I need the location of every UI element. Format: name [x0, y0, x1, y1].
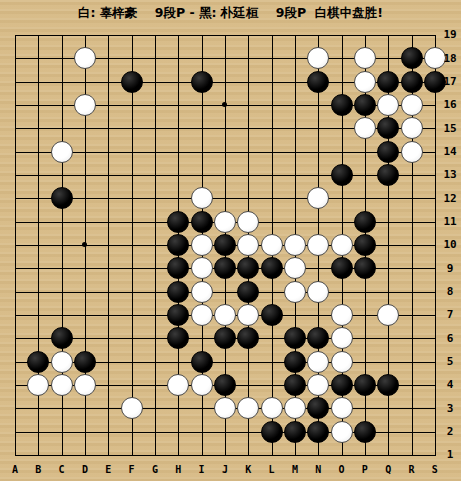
- row-label: 9: [439, 257, 461, 280]
- go-board-app: 白: 辜梓豪 9段P - 黑: 朴廷桓 9段P 白棋中盘胜! ABCDEFGHI…: [0, 0, 461, 481]
- column-label: M: [283, 459, 306, 481]
- black-stone[interactable]: [401, 71, 423, 93]
- black-stone[interactable]: [284, 421, 306, 443]
- black-stone[interactable]: [261, 304, 283, 326]
- black-stone[interactable]: [214, 374, 236, 396]
- row-labels: 19181716151413121110987654321: [439, 23, 461, 466]
- column-label: H: [167, 459, 190, 481]
- white-stone[interactable]: [401, 94, 423, 116]
- white-stone[interactable]: [261, 234, 283, 256]
- black-stone[interactable]: [167, 257, 189, 279]
- row-label: 15: [439, 117, 461, 140]
- black-stone[interactable]: [331, 257, 353, 279]
- row-label: 3: [439, 397, 461, 420]
- white-stone[interactable]: [331, 351, 353, 373]
- white-stone[interactable]: [401, 117, 423, 139]
- black-stone[interactable]: [74, 351, 96, 373]
- black-stone[interactable]: [377, 164, 399, 186]
- row-label: 18: [439, 47, 461, 70]
- black-stone[interactable]: [27, 351, 49, 373]
- row-label: 6: [439, 327, 461, 350]
- white-stone[interactable]: [307, 281, 329, 303]
- white-stone[interactable]: [331, 234, 353, 256]
- black-stone[interactable]: [354, 94, 376, 116]
- white-stone[interactable]: [401, 141, 423, 163]
- column-label: F: [120, 459, 143, 481]
- row-label: 2: [439, 420, 461, 443]
- black-stone[interactable]: [284, 374, 306, 396]
- row-label: 13: [439, 163, 461, 186]
- white-stone[interactable]: [307, 374, 329, 396]
- black-stone[interactable]: [167, 234, 189, 256]
- row-label: 16: [439, 93, 461, 116]
- white-stone[interactable]: [191, 281, 213, 303]
- black-stone[interactable]: [237, 257, 259, 279]
- white-stone[interactable]: [284, 281, 306, 303]
- black-stone[interactable]: [377, 117, 399, 139]
- black-stone[interactable]: [51, 187, 73, 209]
- column-label: E: [97, 459, 120, 481]
- white-stone[interactable]: [261, 397, 283, 419]
- black-stone[interactable]: [354, 257, 376, 279]
- white-stone[interactable]: [377, 304, 399, 326]
- stones-layer[interactable]: [3, 23, 446, 466]
- white-stone[interactable]: [191, 304, 213, 326]
- black-stone[interactable]: [331, 374, 353, 396]
- column-label: O: [330, 459, 353, 481]
- black-stone[interactable]: [354, 421, 376, 443]
- white-stone[interactable]: [354, 47, 376, 69]
- column-label: Q: [377, 459, 400, 481]
- black-stone[interactable]: [214, 234, 236, 256]
- black-stone[interactable]: [354, 211, 376, 233]
- black-stone[interactable]: [307, 421, 329, 443]
- black-stone[interactable]: [401, 47, 423, 69]
- white-stone[interactable]: [237, 397, 259, 419]
- white-stone[interactable]: [237, 211, 259, 233]
- white-stone[interactable]: [354, 71, 376, 93]
- black-stone[interactable]: [354, 234, 376, 256]
- column-label: G: [143, 459, 166, 481]
- black-stone[interactable]: [307, 71, 329, 93]
- row-label: 1: [439, 443, 461, 466]
- white-stone[interactable]: [27, 374, 49, 396]
- white-stone[interactable]: [307, 187, 329, 209]
- white-stone[interactable]: [331, 304, 353, 326]
- black-stone[interactable]: [261, 257, 283, 279]
- white-stone[interactable]: [214, 211, 236, 233]
- black-stone[interactable]: [214, 327, 236, 349]
- white-stone[interactable]: [191, 234, 213, 256]
- white-stone[interactable]: [331, 397, 353, 419]
- white-stone[interactable]: [214, 304, 236, 326]
- black-stone[interactable]: [51, 327, 73, 349]
- column-labels: ABCDEFGHIJKLMNOPQRS: [3, 459, 446, 481]
- white-stone[interactable]: [51, 141, 73, 163]
- white-stone[interactable]: [237, 234, 259, 256]
- row-label: 5: [439, 350, 461, 373]
- column-label: K: [237, 459, 260, 481]
- black-stone[interactable]: [331, 94, 353, 116]
- row-label: 4: [439, 373, 461, 396]
- white-stone[interactable]: [331, 327, 353, 349]
- column-label: D: [73, 459, 96, 481]
- black-stone[interactable]: [167, 211, 189, 233]
- black-stone[interactable]: [167, 327, 189, 349]
- column-label: B: [27, 459, 50, 481]
- white-stone[interactable]: [307, 351, 329, 373]
- white-stone[interactable]: [191, 257, 213, 279]
- row-label: 11: [439, 210, 461, 233]
- white-stone[interactable]: [284, 234, 306, 256]
- white-stone[interactable]: [307, 234, 329, 256]
- game-info-header: 白: 辜梓豪 9段P - 黑: 朴廷桓 9段P 白棋中盘胜!: [0, 5, 461, 22]
- black-stone[interactable]: [191, 351, 213, 373]
- row-label: 17: [439, 70, 461, 93]
- white-stone[interactable]: [237, 304, 259, 326]
- column-label: I: [190, 459, 213, 481]
- black-stone[interactable]: [214, 257, 236, 279]
- black-stone[interactable]: [307, 397, 329, 419]
- white-stone[interactable]: [74, 374, 96, 396]
- column-label: N: [307, 459, 330, 481]
- column-label: P: [353, 459, 376, 481]
- column-label: C: [50, 459, 73, 481]
- white-stone[interactable]: [191, 374, 213, 396]
- black-stone[interactable]: [191, 71, 213, 93]
- white-stone[interactable]: [377, 94, 399, 116]
- column-label: A: [3, 459, 26, 481]
- black-stone[interactable]: [237, 281, 259, 303]
- black-stone[interactable]: [237, 327, 259, 349]
- black-stone[interactable]: [121, 71, 143, 93]
- white-stone[interactable]: [74, 47, 96, 69]
- row-label: 10: [439, 233, 461, 256]
- column-label: J: [213, 459, 236, 481]
- black-stone[interactable]: [377, 141, 399, 163]
- white-stone[interactable]: [74, 94, 96, 116]
- white-stone[interactable]: [284, 397, 306, 419]
- white-stone[interactable]: [191, 187, 213, 209]
- white-stone[interactable]: [167, 374, 189, 396]
- row-label: 14: [439, 140, 461, 163]
- white-stone[interactable]: [51, 351, 73, 373]
- black-stone[interactable]: [261, 421, 283, 443]
- white-stone[interactable]: [307, 47, 329, 69]
- row-label: 19: [439, 23, 461, 46]
- black-stone[interactable]: [377, 374, 399, 396]
- black-stone[interactable]: [167, 304, 189, 326]
- column-label: R: [400, 459, 423, 481]
- white-stone[interactable]: [354, 117, 376, 139]
- row-label: 7: [439, 303, 461, 326]
- black-stone[interactable]: [284, 327, 306, 349]
- black-stone[interactable]: [377, 71, 399, 93]
- black-stone[interactable]: [167, 281, 189, 303]
- row-label: 8: [439, 280, 461, 303]
- black-stone[interactable]: [191, 211, 213, 233]
- white-stone[interactable]: [51, 374, 73, 396]
- white-stone[interactable]: [284, 257, 306, 279]
- white-stone[interactable]: [331, 421, 353, 443]
- column-label: L: [260, 459, 283, 481]
- black-stone[interactable]: [284, 351, 306, 373]
- white-stone[interactable]: [121, 397, 143, 419]
- black-stone[interactable]: [354, 374, 376, 396]
- row-label: 12: [439, 187, 461, 210]
- black-stone[interactable]: [307, 327, 329, 349]
- black-stone[interactable]: [331, 164, 353, 186]
- white-stone[interactable]: [214, 397, 236, 419]
